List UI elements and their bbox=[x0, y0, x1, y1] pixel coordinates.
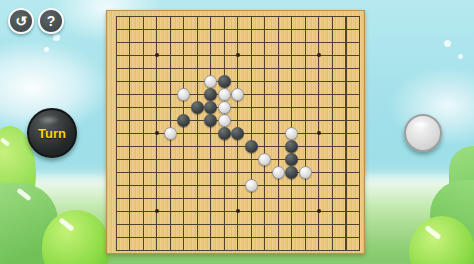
black-stone bbox=[218, 75, 231, 88]
game-screen: ↺ ? Turn bbox=[0, 0, 474, 264]
restart-button[interactable]: ↺ bbox=[8, 8, 34, 34]
black-stone bbox=[285, 153, 298, 166]
black-stone bbox=[191, 101, 204, 114]
black-stone bbox=[204, 101, 217, 114]
go-board[interactable] bbox=[106, 10, 365, 254]
hill-highlight bbox=[16, 188, 32, 202]
hill-highlight bbox=[0, 137, 10, 146]
white-stone bbox=[177, 88, 190, 101]
hill-blob bbox=[409, 216, 474, 264]
white-stone bbox=[218, 101, 231, 114]
white-stone bbox=[299, 166, 312, 179]
black-stone bbox=[285, 166, 298, 179]
help-button[interactable]: ? bbox=[38, 8, 64, 34]
black-stone bbox=[231, 127, 244, 140]
restart-icon: ↺ bbox=[15, 14, 27, 28]
stone-layer bbox=[109, 10, 366, 257]
hill-blob bbox=[42, 210, 110, 264]
white-stone bbox=[245, 179, 258, 192]
question-icon: ? bbox=[47, 14, 56, 28]
white-stone bbox=[272, 166, 285, 179]
white-stone bbox=[218, 88, 231, 101]
white-stone-indicator bbox=[404, 114, 442, 152]
bubble bbox=[44, 47, 49, 52]
black-stone bbox=[218, 127, 231, 140]
black-stone bbox=[204, 114, 217, 127]
white-stone bbox=[164, 127, 177, 140]
black-stone bbox=[285, 140, 298, 153]
white-stone bbox=[285, 127, 298, 140]
bubble bbox=[458, 54, 463, 59]
hill-highlight bbox=[424, 225, 441, 240]
bubble bbox=[444, 40, 451, 47]
hill-blob bbox=[430, 180, 474, 264]
turn-label: Turn bbox=[38, 126, 66, 141]
white-stone bbox=[218, 114, 231, 127]
black-stone bbox=[204, 88, 217, 101]
hill-highlight bbox=[58, 217, 74, 231]
black-stone bbox=[245, 140, 258, 153]
hill-blob bbox=[449, 146, 474, 242]
bubble bbox=[53, 34, 60, 41]
white-stone bbox=[258, 153, 271, 166]
white-stone bbox=[231, 88, 244, 101]
black-stone bbox=[177, 114, 190, 127]
turn-indicator: Turn bbox=[27, 108, 77, 158]
white-stone bbox=[204, 75, 217, 88]
